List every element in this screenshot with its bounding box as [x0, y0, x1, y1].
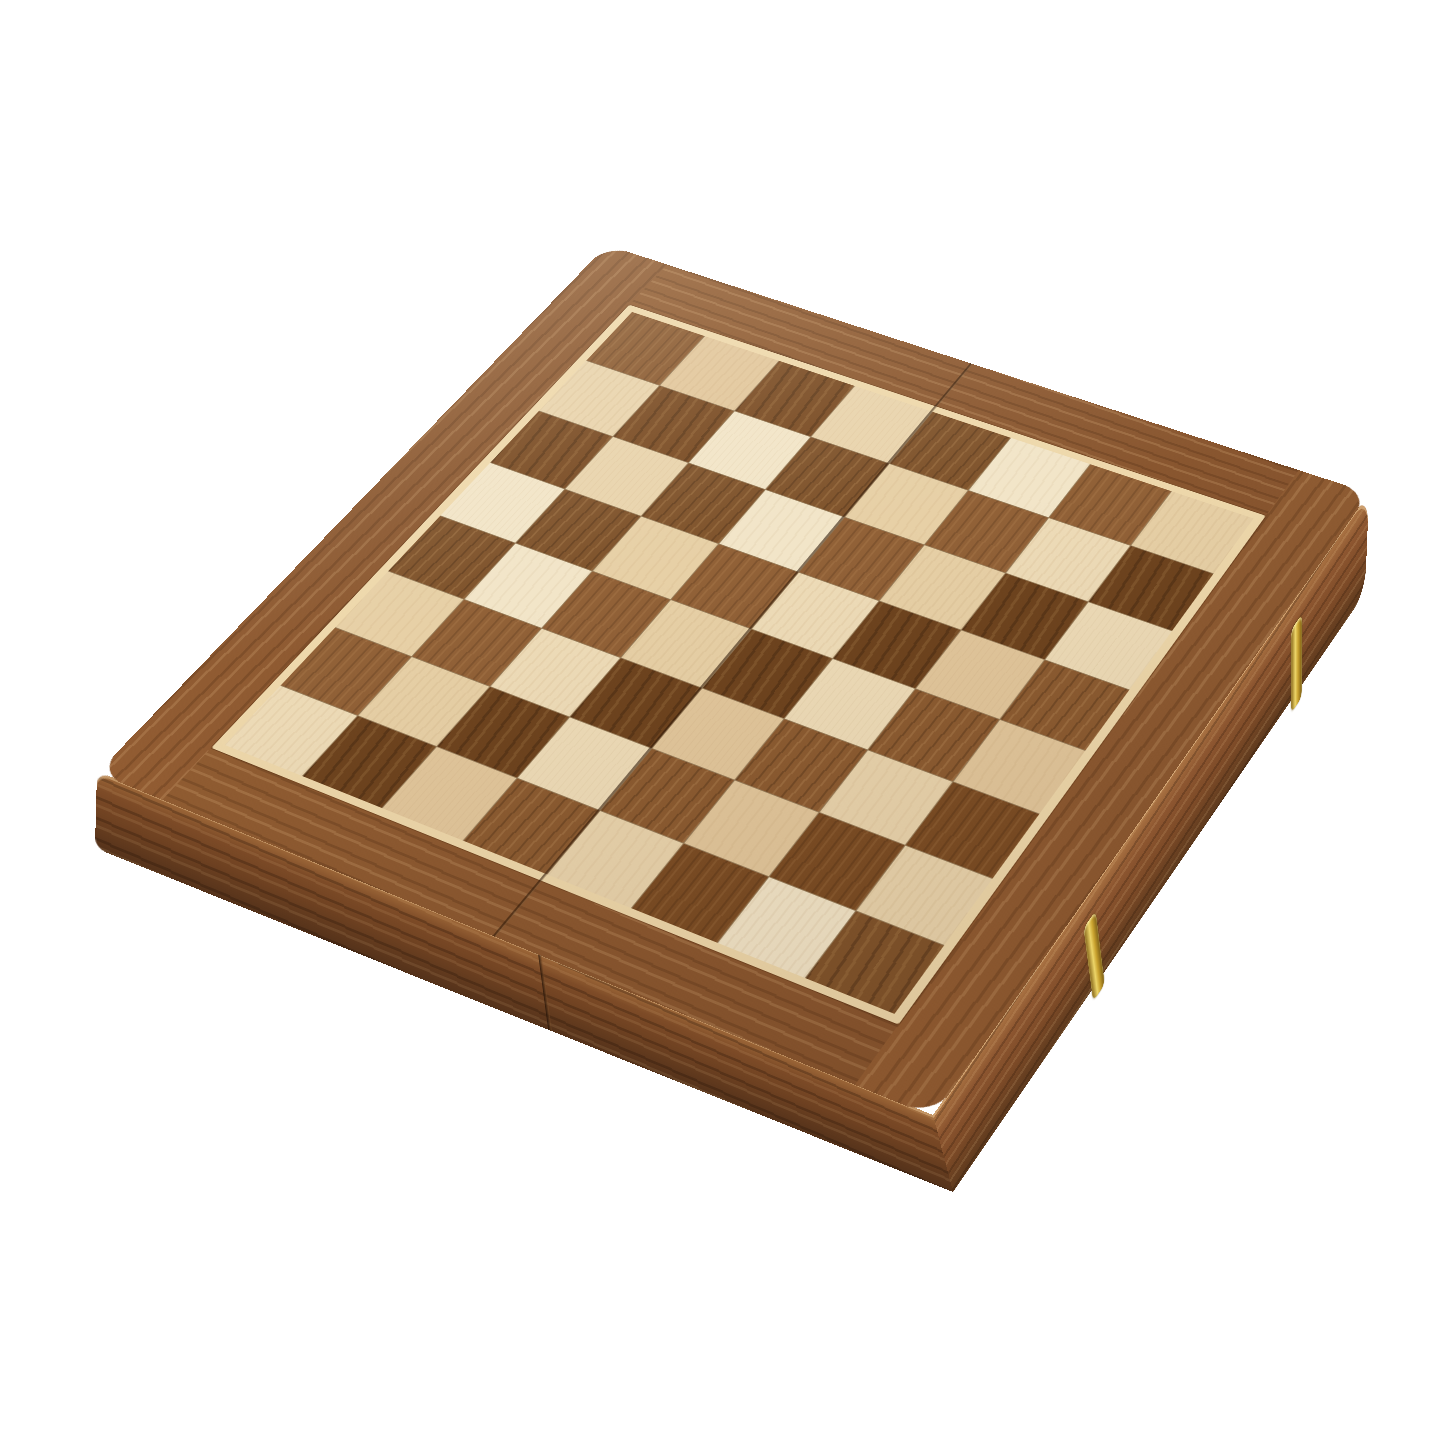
board-top-surface: [97, 245, 1369, 1117]
fold-seam-side: [538, 952, 552, 1031]
folding-chessboard-photo: [0, 0, 1445, 1445]
brass-clasp-center: [1083, 911, 1104, 1002]
brass-clasp-right: [1291, 614, 1302, 713]
